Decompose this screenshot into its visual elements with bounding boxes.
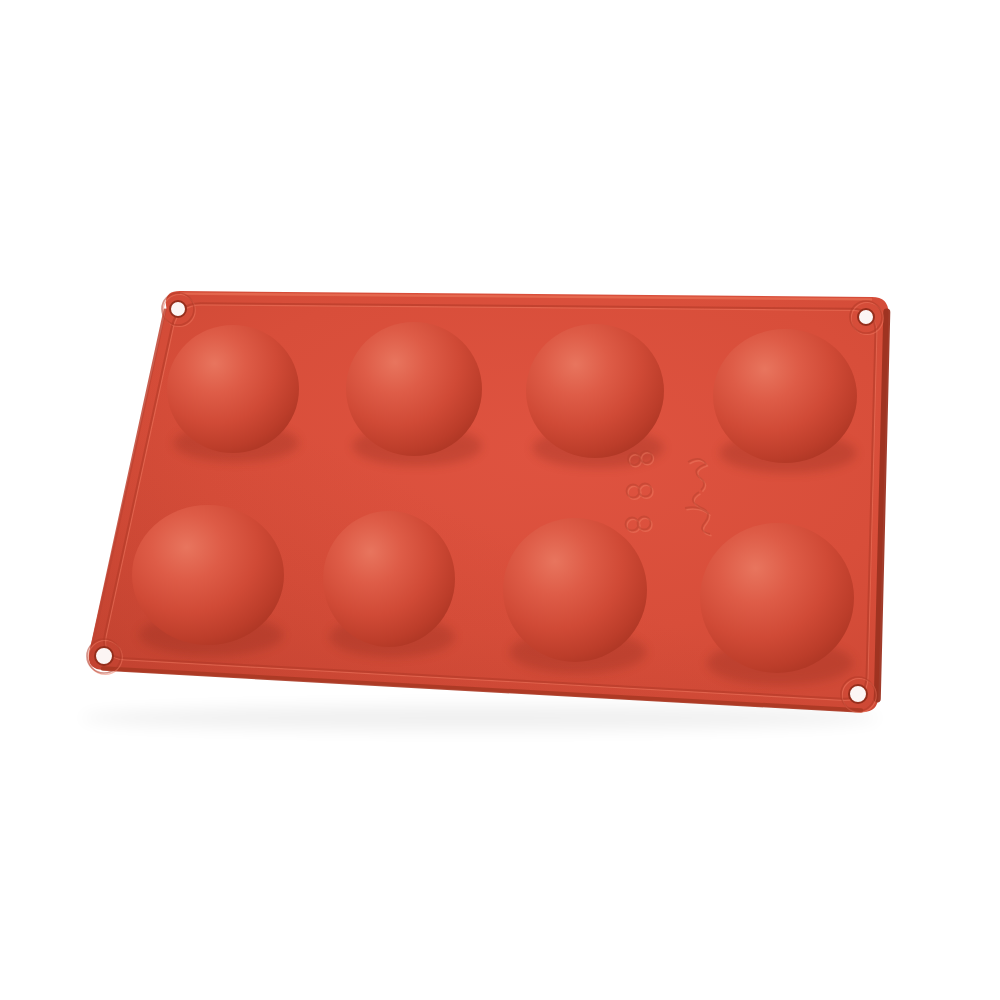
- cavity-dome-r2c3: [503, 518, 647, 662]
- eyelet-hole-top-left: [170, 301, 186, 317]
- eyelet-hole-top-right: [858, 309, 874, 325]
- cavity-dome-r1c1: [167, 325, 299, 453]
- cavity-dome-r2c1: [132, 505, 284, 645]
- cavity-dome-r1c3: [526, 324, 664, 458]
- eyelet-hole-bottom-left: [95, 647, 113, 665]
- ground-shadow: [80, 706, 880, 730]
- cavity-dome-r2c4: [700, 523, 854, 673]
- cavity-dome-r2c2: [323, 511, 455, 647]
- cavity-dome-r1c4: [713, 329, 857, 463]
- product-photo: [0, 0, 1000, 1000]
- cavity-dome-r1c2: [346, 322, 482, 456]
- eyelet-hole-bottom-right: [849, 685, 867, 703]
- silicone-mold-illustration: [0, 0, 1000, 1000]
